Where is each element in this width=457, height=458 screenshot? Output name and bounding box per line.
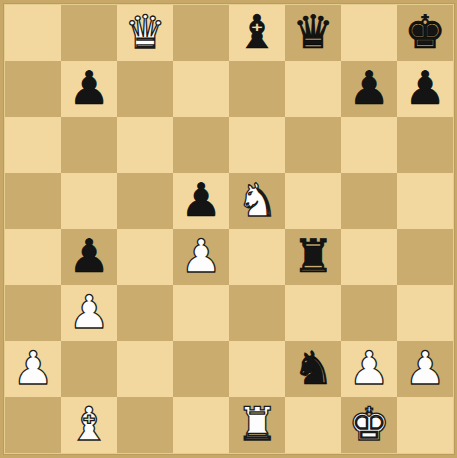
black-bishop[interactable]: ♝ — [236, 9, 277, 55]
white-bishop[interactable]: ♝ — [68, 401, 109, 447]
square-c7[interactable] — [117, 61, 173, 117]
square-a4[interactable] — [5, 229, 61, 285]
board-frame: ♛♝♛♚♟♟♟♟♞♟♟♜♟♟♞♟♟♝♜♚ — [0, 0, 457, 458]
square-f7[interactable] — [285, 61, 341, 117]
square-f8[interactable]: ♛ — [285, 5, 341, 61]
square-h3[interactable] — [397, 285, 453, 341]
square-d2[interactable] — [173, 341, 229, 397]
white-pawn[interactable]: ♟ — [404, 345, 445, 391]
square-g6[interactable] — [341, 117, 397, 173]
square-a2[interactable]: ♟ — [5, 341, 61, 397]
square-b1[interactable]: ♝ — [61, 397, 117, 453]
square-a3[interactable] — [5, 285, 61, 341]
black-queen[interactable]: ♛ — [292, 9, 333, 55]
square-c1[interactable] — [117, 397, 173, 453]
square-b5[interactable] — [61, 173, 117, 229]
square-h7[interactable]: ♟ — [397, 61, 453, 117]
white-pawn[interactable]: ♟ — [180, 233, 221, 279]
square-d7[interactable] — [173, 61, 229, 117]
square-g4[interactable] — [341, 229, 397, 285]
square-d4[interactable]: ♟ — [173, 229, 229, 285]
black-king[interactable]: ♚ — [404, 9, 445, 55]
square-c5[interactable] — [117, 173, 173, 229]
square-h5[interactable] — [397, 173, 453, 229]
square-h8[interactable]: ♚ — [397, 5, 453, 61]
square-c2[interactable] — [117, 341, 173, 397]
square-e4[interactable] — [229, 229, 285, 285]
black-pawn[interactable]: ♟ — [404, 65, 445, 111]
square-d8[interactable] — [173, 5, 229, 61]
square-d6[interactable] — [173, 117, 229, 173]
square-a7[interactable] — [5, 61, 61, 117]
square-e8[interactable]: ♝ — [229, 5, 285, 61]
square-d5[interactable]: ♟ — [173, 173, 229, 229]
chess-board: ♛♝♛♚♟♟♟♟♞♟♟♜♟♟♞♟♟♝♜♚ — [5, 5, 453, 453]
white-rook[interactable]: ♜ — [236, 401, 277, 447]
square-c4[interactable] — [117, 229, 173, 285]
square-f6[interactable] — [285, 117, 341, 173]
square-b3[interactable]: ♟ — [61, 285, 117, 341]
square-c8[interactable]: ♛ — [117, 5, 173, 61]
square-f2[interactable]: ♞ — [285, 341, 341, 397]
square-b2[interactable] — [61, 341, 117, 397]
square-g5[interactable] — [341, 173, 397, 229]
square-c6[interactable] — [117, 117, 173, 173]
square-f4[interactable]: ♜ — [285, 229, 341, 285]
square-g3[interactable] — [341, 285, 397, 341]
square-b8[interactable] — [61, 5, 117, 61]
black-pawn[interactable]: ♟ — [180, 177, 221, 223]
black-pawn[interactable]: ♟ — [68, 233, 109, 279]
square-e7[interactable] — [229, 61, 285, 117]
square-a5[interactable] — [5, 173, 61, 229]
square-f3[interactable] — [285, 285, 341, 341]
square-c3[interactable] — [117, 285, 173, 341]
white-knight[interactable]: ♞ — [236, 177, 277, 223]
square-b6[interactable] — [61, 117, 117, 173]
square-d3[interactable] — [173, 285, 229, 341]
square-a1[interactable] — [5, 397, 61, 453]
square-g1[interactable]: ♚ — [341, 397, 397, 453]
square-e3[interactable] — [229, 285, 285, 341]
square-a6[interactable] — [5, 117, 61, 173]
white-pawn[interactable]: ♟ — [12, 345, 53, 391]
white-pawn[interactable]: ♟ — [68, 289, 109, 335]
square-b7[interactable]: ♟ — [61, 61, 117, 117]
white-pawn[interactable]: ♟ — [348, 345, 389, 391]
square-a8[interactable] — [5, 5, 61, 61]
square-g7[interactable]: ♟ — [341, 61, 397, 117]
square-f1[interactable] — [285, 397, 341, 453]
black-pawn[interactable]: ♟ — [348, 65, 389, 111]
black-knight[interactable]: ♞ — [292, 345, 333, 391]
square-e6[interactable] — [229, 117, 285, 173]
square-h2[interactable]: ♟ — [397, 341, 453, 397]
square-h4[interactable] — [397, 229, 453, 285]
square-e2[interactable] — [229, 341, 285, 397]
square-g8[interactable] — [341, 5, 397, 61]
square-f5[interactable] — [285, 173, 341, 229]
square-d1[interactable] — [173, 397, 229, 453]
square-h1[interactable] — [397, 397, 453, 453]
black-pawn[interactable]: ♟ — [68, 65, 109, 111]
square-b4[interactable]: ♟ — [61, 229, 117, 285]
square-h6[interactable] — [397, 117, 453, 173]
white-king[interactable]: ♚ — [348, 401, 389, 447]
white-queen[interactable]: ♛ — [124, 9, 165, 55]
black-rook[interactable]: ♜ — [292, 233, 333, 279]
square-e5[interactable]: ♞ — [229, 173, 285, 229]
square-g2[interactable]: ♟ — [341, 341, 397, 397]
square-e1[interactable]: ♜ — [229, 397, 285, 453]
